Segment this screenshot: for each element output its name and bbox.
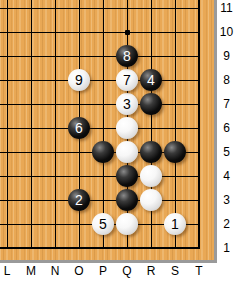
grid-line-row-10 [0, 32, 200, 33]
row-label-8: 8 [217, 73, 236, 87]
star-point-q10 [125, 30, 130, 35]
stone-white-r3 [140, 189, 162, 211]
grid-line-row-7 [0, 104, 200, 105]
column-label-p: P [94, 264, 112, 278]
column-label-l: L [0, 264, 16, 278]
grid-line-col-p [103, 0, 104, 249]
row-label-3: 3 [217, 193, 236, 207]
move-number: 8 [123, 45, 131, 67]
grid-line-col-m [31, 0, 32, 249]
row-label-11: 11 [217, 1, 236, 15]
stone-white-q2 [116, 213, 138, 235]
move-number: 1 [171, 213, 179, 235]
row-label-9: 9 [217, 49, 236, 63]
column-label-s: S [166, 264, 184, 278]
row-label-2: 2 [217, 217, 236, 231]
row-label-1: 1 [217, 241, 236, 255]
grid-line-row-3 [0, 200, 200, 201]
grid-line-row-6 [0, 128, 200, 129]
grid-line-col-r [151, 0, 152, 249]
stone-white-q6 [116, 117, 138, 139]
stone-black-o6: 6 [68, 117, 90, 139]
row-label-6: 6 [217, 121, 236, 135]
column-label-n: N [46, 264, 64, 278]
go-board[interactable]: 123456789 [0, 0, 214, 260]
stone-white-s2: 1 [164, 213, 186, 235]
column-label-r: R [142, 264, 160, 278]
board-edge-shadow-bottom [0, 260, 217, 263]
move-number: 6 [75, 117, 83, 139]
stone-white-o8: 9 [68, 69, 90, 91]
stone-black-q4 [116, 165, 138, 187]
column-label-t: T [190, 264, 208, 278]
stone-black-r7 [140, 93, 162, 115]
stone-white-p2: 5 [92, 213, 114, 235]
stone-white-q7: 3 [116, 93, 138, 115]
grid-line-row-8 [0, 80, 200, 81]
stone-black-r5 [140, 141, 162, 163]
grid-line-row-9 [0, 56, 200, 57]
move-number: 5 [99, 213, 107, 235]
stone-white-q5 [116, 141, 138, 163]
move-number: 9 [75, 69, 83, 91]
row-label-7: 7 [217, 97, 236, 111]
stone-black-q9: 8 [116, 45, 138, 67]
grid-line-row-1 [0, 247, 200, 249]
stone-white-r4 [140, 165, 162, 187]
stone-black-o3: 2 [68, 189, 90, 211]
stone-black-s5 [164, 141, 186, 163]
move-number: 3 [123, 93, 131, 115]
column-label-q: Q [118, 264, 136, 278]
column-label-o: O [70, 264, 88, 278]
move-number: 4 [147, 69, 155, 91]
grid-line-col-t [198, 0, 200, 249]
column-label-m: M [22, 264, 40, 278]
grid-line-row-4 [0, 176, 200, 177]
grid-line-row-11 [0, 8, 200, 9]
stone-white-q8: 7 [116, 69, 138, 91]
grid-line-col-l [7, 0, 8, 249]
stone-black-p5 [92, 141, 114, 163]
row-label-4: 4 [217, 169, 236, 183]
row-label-5: 5 [217, 145, 236, 159]
grid-line-col-n [55, 0, 56, 249]
stone-black-r8: 4 [140, 69, 162, 91]
row-label-10: 10 [217, 25, 236, 39]
move-number: 7 [123, 69, 131, 91]
stone-black-q3 [116, 189, 138, 211]
move-number: 2 [75, 189, 83, 211]
go-diagram-screen: 123456789 1110987654321 LMNOPQRST [0, 0, 236, 284]
grid-line-col-s [175, 0, 176, 249]
